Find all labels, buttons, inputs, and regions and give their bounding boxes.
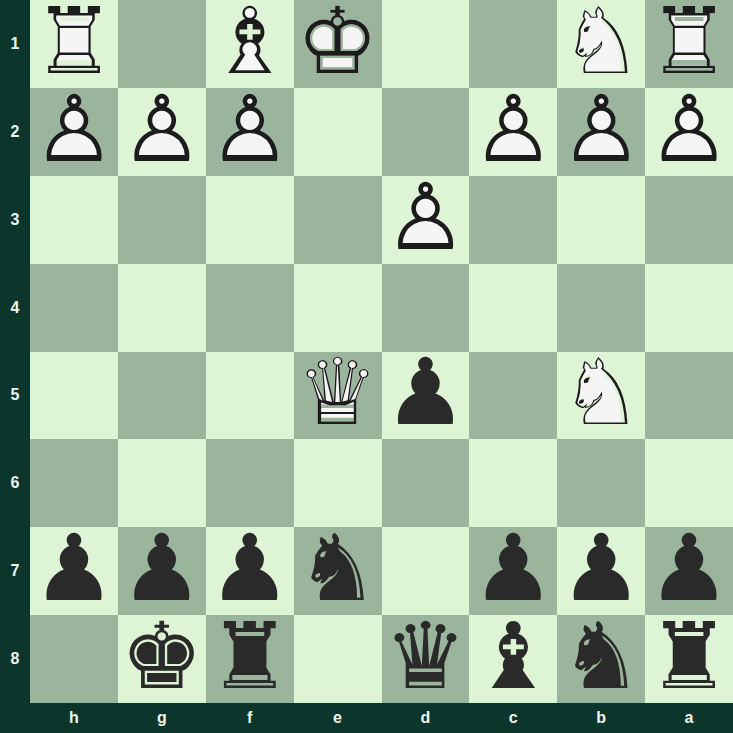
board: ♜♖♝♗♚♔♞♘♜♖♟♙♟♙♟♙♟♙♟♙♟♙♟♙♛♕♟♞♘♟♟♟♞♟♟♟♚♜♛♝… bbox=[30, 0, 733, 703]
square-e2[interactable] bbox=[294, 88, 382, 176]
square-c4[interactable] bbox=[469, 264, 557, 352]
square-a6[interactable] bbox=[645, 439, 733, 527]
black-rook-icon: ♜ bbox=[645, 615, 733, 703]
black-pawn-icon: ♟ bbox=[30, 527, 118, 615]
file-label-f: f bbox=[206, 703, 294, 733]
square-e1[interactable]: ♚♔ bbox=[294, 0, 382, 88]
file-label-a: a bbox=[645, 703, 733, 733]
square-f3[interactable] bbox=[206, 176, 294, 264]
rank-label-7: 7 bbox=[0, 527, 30, 615]
square-h3[interactable] bbox=[30, 176, 118, 264]
square-g2[interactable]: ♟♙ bbox=[118, 88, 206, 176]
piece-white-rook[interactable]: ♜♖ bbox=[30, 0, 118, 88]
piece-black-pawn[interactable]: ♟ bbox=[557, 527, 645, 615]
rank-label-5: 5 bbox=[0, 352, 30, 440]
square-d5[interactable]: ♟ bbox=[382, 352, 470, 440]
square-c3[interactable] bbox=[469, 176, 557, 264]
chessboard-frame: 12345678 ♜♖♝♗♚♔♞♘♜♖♟♙♟♙♟♙♟♙♟♙♟♙♟♙♛♕♟♞♘♟♟… bbox=[0, 0, 733, 733]
square-c2[interactable]: ♟♙ bbox=[469, 88, 557, 176]
piece-white-knight[interactable]: ♞♘ bbox=[557, 0, 645, 88]
square-f2[interactable]: ♟♙ bbox=[206, 88, 294, 176]
square-e8[interactable] bbox=[294, 615, 382, 703]
piece-black-pawn[interactable]: ♟ bbox=[645, 527, 733, 615]
white-pawn-outline-icon: ♙ bbox=[206, 88, 294, 176]
square-f6[interactable] bbox=[206, 439, 294, 527]
black-pawn-icon: ♟ bbox=[206, 527, 294, 615]
black-king-icon: ♚ bbox=[118, 615, 206, 703]
rank-label-1: 1 bbox=[0, 0, 30, 88]
black-knight-icon: ♞ bbox=[294, 527, 382, 615]
square-e5[interactable]: ♛♕ bbox=[294, 352, 382, 440]
square-e6[interactable] bbox=[294, 439, 382, 527]
square-c6[interactable] bbox=[469, 439, 557, 527]
square-a5[interactable] bbox=[645, 352, 733, 440]
black-pawn-icon: ♟ bbox=[645, 527, 733, 615]
piece-white-knight[interactable]: ♞♘ bbox=[557, 352, 645, 440]
square-d6[interactable] bbox=[382, 439, 470, 527]
square-g8[interactable]: ♚ bbox=[118, 615, 206, 703]
piece-black-pawn[interactable]: ♟ bbox=[118, 527, 206, 615]
rank-label-3: 3 bbox=[0, 176, 30, 264]
square-d3[interactable]: ♟♙ bbox=[382, 176, 470, 264]
file-label-c: c bbox=[469, 703, 557, 733]
square-b5[interactable]: ♞♘ bbox=[557, 352, 645, 440]
square-b1[interactable]: ♞♘ bbox=[557, 0, 645, 88]
rank-label-6: 6 bbox=[0, 439, 30, 527]
black-pawn-icon: ♟ bbox=[557, 527, 645, 615]
square-b7[interactable]: ♟ bbox=[557, 527, 645, 615]
square-a8[interactable]: ♜ bbox=[645, 615, 733, 703]
piece-white-pawn[interactable]: ♟♙ bbox=[30, 88, 118, 176]
square-c1[interactable] bbox=[469, 0, 557, 88]
square-e3[interactable] bbox=[294, 176, 382, 264]
square-f1[interactable]: ♝♗ bbox=[206, 0, 294, 88]
square-h5[interactable] bbox=[30, 352, 118, 440]
white-pawn-outline-icon: ♙ bbox=[645, 88, 733, 176]
square-b4[interactable] bbox=[557, 264, 645, 352]
white-knight-outline-icon: ♘ bbox=[557, 0, 645, 88]
square-f5[interactable] bbox=[206, 352, 294, 440]
square-b6[interactable] bbox=[557, 439, 645, 527]
white-pawn-outline-icon: ♙ bbox=[469, 88, 557, 176]
piece-black-rook[interactable]: ♜ bbox=[206, 615, 294, 703]
square-h2[interactable]: ♟♙ bbox=[30, 88, 118, 176]
black-rook-icon: ♜ bbox=[206, 615, 294, 703]
black-queen-icon: ♛ bbox=[382, 615, 470, 703]
piece-white-pawn[interactable]: ♟♙ bbox=[469, 88, 557, 176]
square-b3[interactable] bbox=[557, 176, 645, 264]
square-d4[interactable] bbox=[382, 264, 470, 352]
rank-label-8: 8 bbox=[0, 615, 30, 703]
square-h8[interactable] bbox=[30, 615, 118, 703]
rank-label-2: 2 bbox=[0, 88, 30, 176]
piece-black-knight[interactable]: ♞ bbox=[557, 615, 645, 703]
file-label-b: b bbox=[557, 703, 645, 733]
white-bishop-outline-icon: ♗ bbox=[206, 0, 294, 88]
piece-black-pawn[interactable]: ♟ bbox=[30, 527, 118, 615]
rank-label-4: 4 bbox=[0, 264, 30, 352]
square-h1[interactable]: ♜♖ bbox=[30, 0, 118, 88]
file-label-d: d bbox=[382, 703, 470, 733]
square-c5[interactable] bbox=[469, 352, 557, 440]
piece-white-pawn[interactable]: ♟♙ bbox=[382, 176, 470, 264]
piece-black-pawn[interactable]: ♟ bbox=[469, 527, 557, 615]
square-h6[interactable] bbox=[30, 439, 118, 527]
piece-white-pawn[interactable]: ♟♙ bbox=[118, 88, 206, 176]
black-pawn-icon: ♟ bbox=[118, 527, 206, 615]
square-b2[interactable]: ♟♙ bbox=[557, 88, 645, 176]
square-f4[interactable] bbox=[206, 264, 294, 352]
square-d2[interactable] bbox=[382, 88, 470, 176]
file-label-h: h bbox=[30, 703, 118, 733]
piece-white-king[interactable]: ♚♔ bbox=[294, 0, 382, 88]
square-g1[interactable] bbox=[118, 0, 206, 88]
square-g5[interactable] bbox=[118, 352, 206, 440]
square-g3[interactable] bbox=[118, 176, 206, 264]
piece-white-bishop[interactable]: ♝♗ bbox=[206, 0, 294, 88]
file-label-g: g bbox=[118, 703, 206, 733]
piece-black-rook[interactable]: ♜ bbox=[645, 615, 733, 703]
square-h4[interactable] bbox=[30, 264, 118, 352]
white-knight-outline-icon: ♘ bbox=[557, 352, 645, 440]
square-h7[interactable]: ♟ bbox=[30, 527, 118, 615]
square-f7[interactable]: ♟ bbox=[206, 527, 294, 615]
piece-black-bishop[interactable]: ♝ bbox=[469, 615, 557, 703]
piece-black-pawn[interactable]: ♟ bbox=[382, 352, 470, 440]
file-label-e: e bbox=[294, 703, 382, 733]
rank-labels: 12345678 bbox=[0, 0, 30, 703]
square-a3[interactable] bbox=[645, 176, 733, 264]
square-a7[interactable]: ♟ bbox=[645, 527, 733, 615]
piece-black-king[interactable]: ♚ bbox=[118, 615, 206, 703]
piece-white-rook[interactable]: ♜♖ bbox=[645, 0, 733, 88]
square-g6[interactable] bbox=[118, 439, 206, 527]
black-knight-icon: ♞ bbox=[557, 615, 645, 703]
piece-white-pawn[interactable]: ♟♙ bbox=[645, 88, 733, 176]
white-rook-outline-icon: ♖ bbox=[30, 0, 118, 88]
white-king-outline-icon: ♔ bbox=[294, 0, 382, 88]
black-bishop-icon: ♝ bbox=[469, 615, 557, 703]
square-g4[interactable] bbox=[118, 264, 206, 352]
white-pawn-outline-icon: ♙ bbox=[382, 176, 470, 264]
square-g7[interactable]: ♟ bbox=[118, 527, 206, 615]
file-labels: hgfedcba bbox=[30, 703, 733, 733]
black-pawn-icon: ♟ bbox=[469, 527, 557, 615]
square-e7[interactable]: ♞ bbox=[294, 527, 382, 615]
piece-white-pawn[interactable]: ♟♙ bbox=[206, 88, 294, 176]
piece-black-knight[interactable]: ♞ bbox=[294, 527, 382, 615]
square-c7[interactable]: ♟ bbox=[469, 527, 557, 615]
square-c8[interactable]: ♝ bbox=[469, 615, 557, 703]
black-pawn-icon: ♟ bbox=[382, 352, 470, 440]
square-e4[interactable] bbox=[294, 264, 382, 352]
white-pawn-outline-icon: ♙ bbox=[118, 88, 206, 176]
white-pawn-outline-icon: ♙ bbox=[557, 88, 645, 176]
square-d1[interactable] bbox=[382, 0, 470, 88]
square-f8[interactable]: ♜ bbox=[206, 615, 294, 703]
square-a1[interactable]: ♜♖ bbox=[645, 0, 733, 88]
piece-black-queen[interactable]: ♛ bbox=[382, 615, 470, 703]
white-queen-outline-icon: ♕ bbox=[294, 352, 382, 440]
white-pawn-outline-icon: ♙ bbox=[30, 88, 118, 176]
square-d7[interactable] bbox=[382, 527, 470, 615]
square-d8[interactable]: ♛ bbox=[382, 615, 470, 703]
white-rook-outline-icon: ♖ bbox=[645, 0, 733, 88]
square-b8[interactable]: ♞ bbox=[557, 615, 645, 703]
piece-white-pawn[interactable]: ♟♙ bbox=[557, 88, 645, 176]
piece-black-pawn[interactable]: ♟ bbox=[206, 527, 294, 615]
piece-white-queen[interactable]: ♛♕ bbox=[294, 352, 382, 440]
square-a2[interactable]: ♟♙ bbox=[645, 88, 733, 176]
square-a4[interactable] bbox=[645, 264, 733, 352]
